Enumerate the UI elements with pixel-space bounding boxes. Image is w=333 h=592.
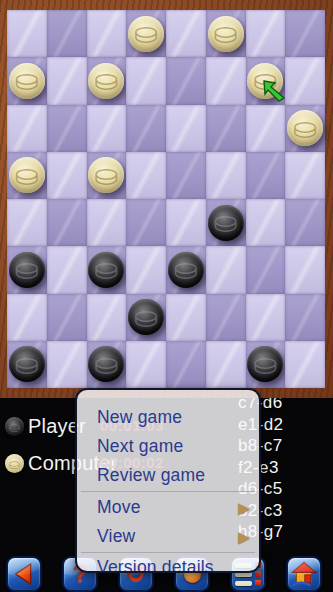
- white-checker-icon: ⛀: [5, 454, 24, 473]
- menu-item-review-game[interactable]: Review game: [77, 461, 259, 490]
- square-a8[interactable]: [7, 10, 47, 57]
- square-c1[interactable]: ⛀: [87, 341, 127, 388]
- square-f5[interactable]: [206, 152, 246, 199]
- square-h8[interactable]: [285, 10, 325, 57]
- square-e1[interactable]: [166, 341, 206, 388]
- square-b1[interactable]: [47, 341, 87, 388]
- square-h2[interactable]: [285, 294, 325, 341]
- square-a1[interactable]: ⛀: [7, 341, 47, 388]
- home-icon: [289, 559, 319, 589]
- square-g4[interactable]: [246, 199, 286, 246]
- square-c2[interactable]: [87, 294, 127, 341]
- square-g6[interactable]: [246, 105, 286, 152]
- submenu-arrow-icon: ▶: [238, 528, 250, 546]
- square-b4[interactable]: [47, 199, 87, 246]
- black-checker[interactable]: ⛀: [9, 346, 45, 382]
- white-checker[interactable]: ⛀: [287, 110, 323, 146]
- square-d4[interactable]: [126, 199, 166, 246]
- menu-separator: [81, 552, 255, 553]
- white-checker[interactable]: ⛀: [88, 63, 124, 99]
- square-e8[interactable]: [166, 10, 206, 57]
- square-c5[interactable]: ⛀: [87, 152, 127, 199]
- square-h6[interactable]: ⛀: [285, 105, 325, 152]
- player-row-player: ⛀Player00:01:03: [5, 415, 86, 438]
- square-g3[interactable]: [246, 246, 286, 293]
- square-f3[interactable]: [206, 246, 246, 293]
- checkers-app-window: ⛀⛀⛀⛀⛀⛀⛀⛀⛀⛀⛀⛀⛀⛀⛀⛀ c7-d6e1-d2b8-c7f2-e3d6-…: [0, 0, 333, 592]
- square-b3[interactable]: [47, 246, 87, 293]
- square-a6[interactable]: [7, 105, 47, 152]
- menu-item-label: Next game: [97, 436, 183, 457]
- menu-item-label: View: [97, 526, 135, 547]
- square-d7[interactable]: [126, 57, 166, 104]
- square-a3[interactable]: ⛀: [7, 246, 47, 293]
- square-e5[interactable]: [166, 152, 206, 199]
- square-e4[interactable]: [166, 199, 206, 246]
- square-h4[interactable]: [285, 199, 325, 246]
- square-e2[interactable]: [166, 294, 206, 341]
- square-d5[interactable]: [126, 152, 166, 199]
- white-checker[interactable]: ⛀: [9, 157, 45, 193]
- square-h1[interactable]: [285, 341, 325, 388]
- black-checker[interactable]: ⛀: [208, 205, 244, 241]
- square-c4[interactable]: [87, 199, 127, 246]
- square-f8[interactable]: ⛀: [206, 10, 246, 57]
- square-c8[interactable]: [87, 10, 127, 57]
- checkers-board: ⛀⛀⛀⛀⛀⛀⛀⛀⛀⛀⛀⛀⛀⛀⛀⛀: [7, 10, 325, 388]
- square-b2[interactable]: [47, 294, 87, 341]
- menu-item-new-game[interactable]: New game: [77, 403, 259, 432]
- menu-item-view[interactable]: View▶: [77, 522, 259, 551]
- menu-item-label: New game: [97, 407, 182, 428]
- square-a5[interactable]: ⛀: [7, 152, 47, 199]
- square-g5[interactable]: [246, 152, 286, 199]
- square-f6[interactable]: [206, 105, 246, 152]
- square-b7[interactable]: [47, 57, 87, 104]
- square-a2[interactable]: [7, 294, 47, 341]
- black-checker[interactable]: ⛀: [88, 252, 124, 288]
- square-f1[interactable]: [206, 341, 246, 388]
- popup-menu: New gameNext gameReview gameMove▶View▶Ve…: [75, 388, 261, 573]
- square-a7[interactable]: ⛀: [7, 57, 47, 104]
- menu-item-label: Move: [97, 497, 141, 518]
- menu-item-label: Review game: [97, 465, 205, 486]
- square-h7[interactable]: [285, 57, 325, 104]
- square-a4[interactable]: [7, 199, 47, 246]
- menu-separator: [81, 491, 255, 492]
- black-checker-icon: ⛀: [5, 417, 24, 436]
- square-d6[interactable]: [126, 105, 166, 152]
- square-c7[interactable]: ⛀: [87, 57, 127, 104]
- square-d8[interactable]: ⛀: [126, 10, 166, 57]
- white-checker[interactable]: ⛀: [128, 16, 164, 52]
- square-c3[interactable]: ⛀: [87, 246, 127, 293]
- home-button[interactable]: [286, 556, 322, 592]
- black-checker[interactable]: ⛀: [9, 252, 45, 288]
- square-h5[interactable]: [285, 152, 325, 199]
- last-move-arrow-icon: [262, 79, 288, 103]
- back-icon: [9, 559, 39, 589]
- square-b8[interactable]: [47, 10, 87, 57]
- menu-item-label: Version details: [97, 557, 214, 574]
- square-h3[interactable]: [285, 246, 325, 293]
- square-g8[interactable]: [246, 10, 286, 57]
- menu-item-version-details[interactable]: Version details: [77, 554, 259, 573]
- square-f4[interactable]: ⛀: [206, 199, 246, 246]
- menu-item-move[interactable]: Move▶: [77, 493, 259, 522]
- square-d3[interactable]: [126, 246, 166, 293]
- board-wooden-frame: ⛀⛀⛀⛀⛀⛀⛀⛀⛀⛀⛀⛀⛀⛀⛀⛀: [0, 0, 333, 398]
- square-e7[interactable]: [166, 57, 206, 104]
- black-checker[interactable]: ⛀: [247, 346, 283, 382]
- black-checker[interactable]: ⛀: [168, 252, 204, 288]
- square-e3[interactable]: ⛀: [166, 246, 206, 293]
- white-checker[interactable]: ⛀: [9, 63, 45, 99]
- square-d2[interactable]: ⛀: [126, 294, 166, 341]
- submenu-arrow-icon: ▶: [238, 499, 250, 517]
- square-b5[interactable]: [47, 152, 87, 199]
- black-checker[interactable]: ⛀: [128, 299, 164, 335]
- back-button[interactable]: [6, 556, 42, 592]
- square-g2[interactable]: [246, 294, 286, 341]
- menu-item-next-game[interactable]: Next game: [77, 432, 259, 461]
- square-f2[interactable]: [206, 294, 246, 341]
- square-b6[interactable]: [47, 105, 87, 152]
- white-checker[interactable]: ⛀: [88, 157, 124, 193]
- square-c6[interactable]: [87, 105, 127, 152]
- black-checker[interactable]: ⛀: [88, 346, 124, 382]
- square-g7[interactable]: ⛀: [246, 57, 286, 104]
- square-d1[interactable]: [126, 341, 166, 388]
- square-g1[interactable]: ⛀: [246, 341, 286, 388]
- square-f7[interactable]: [206, 57, 246, 104]
- white-checker[interactable]: ⛀: [208, 16, 244, 52]
- square-e6[interactable]: [166, 105, 206, 152]
